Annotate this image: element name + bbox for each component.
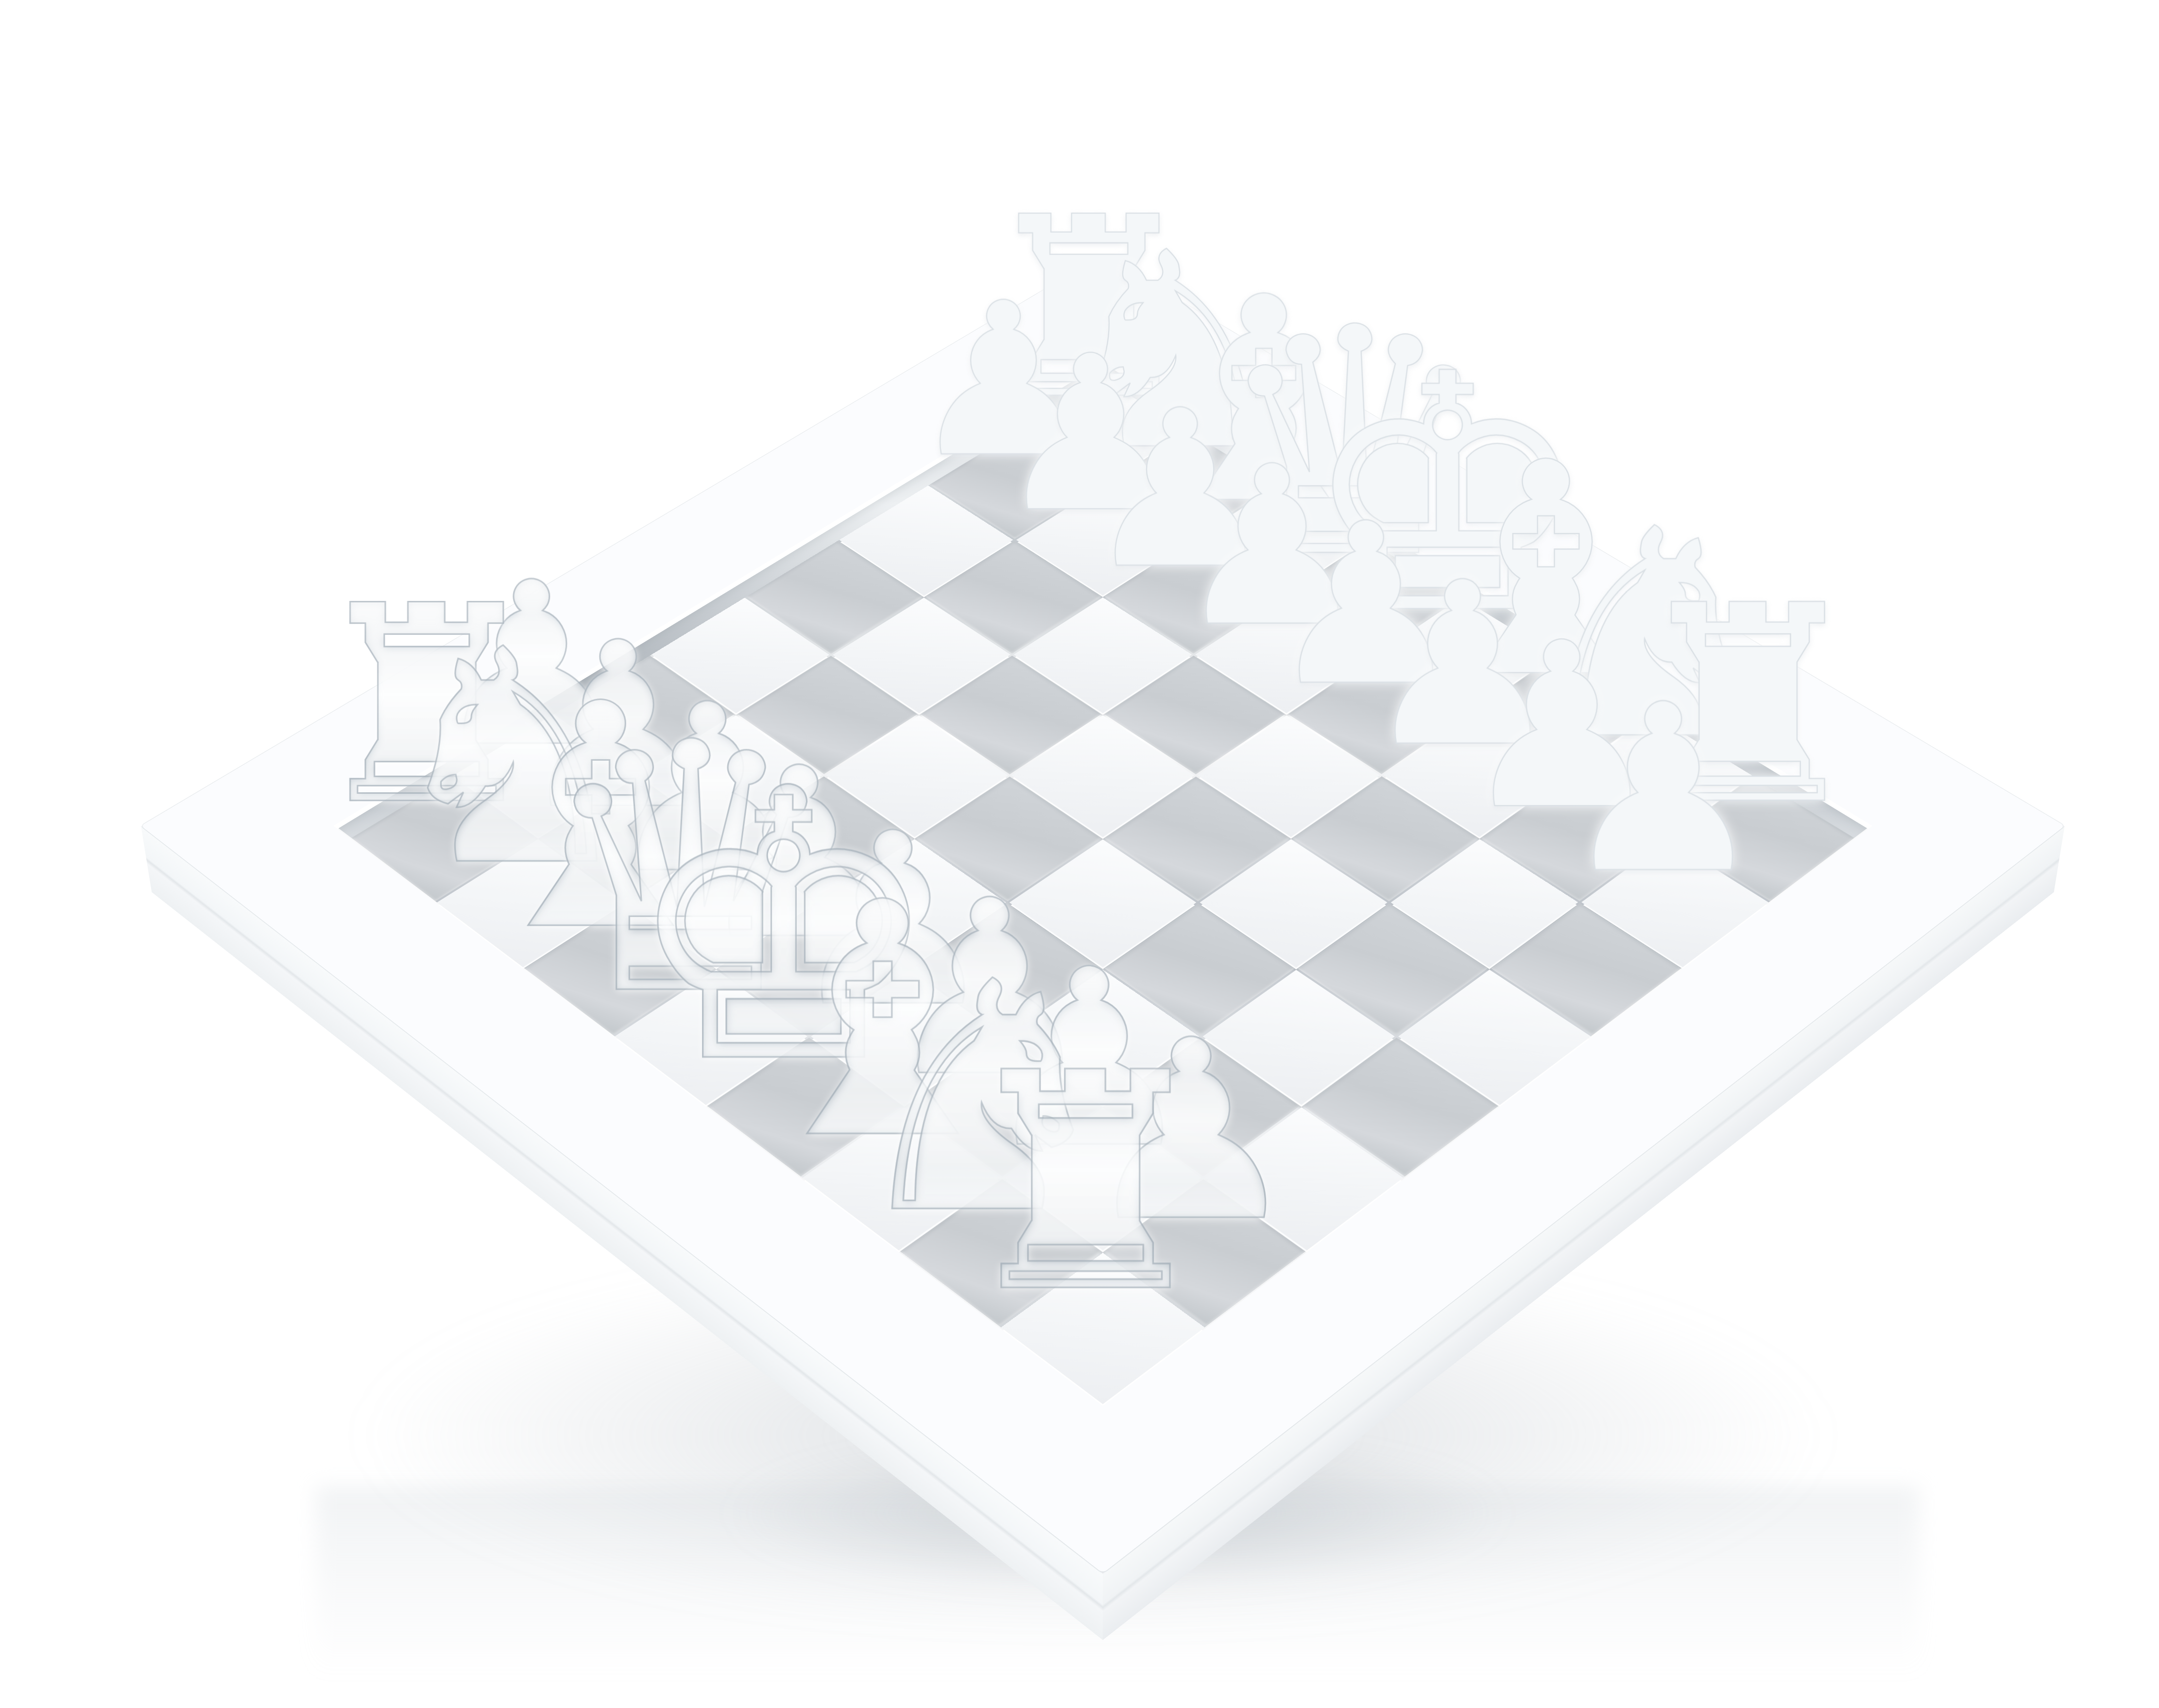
photo-backdrop: ♜♞♝♛♚♝♞♜♟♟♟♟♟♟♟♟♟♟♟♟♟♟♟♟♜♞♝♛♚♝♞♜ — [0, 0, 2159, 1708]
board-box: ♜♞♝♛♚♝♞♜♟♟♟♟♟♟♟♟♟♟♟♟♟♟♟♟♜♞♝♛♚♝♞♜ — [141, 255, 2065, 1573]
pawn-glyph: ♟ — [1547, 670, 1779, 910]
scene: ♜♞♝♛♚♝♞♜♟♟♟♟♟♟♟♟♟♟♟♟♟♟♟♟♜♞♝♛♚♝♞♜ — [0, 0, 2159, 1708]
rook-glyph: ♜ — [936, 1027, 1236, 1339]
